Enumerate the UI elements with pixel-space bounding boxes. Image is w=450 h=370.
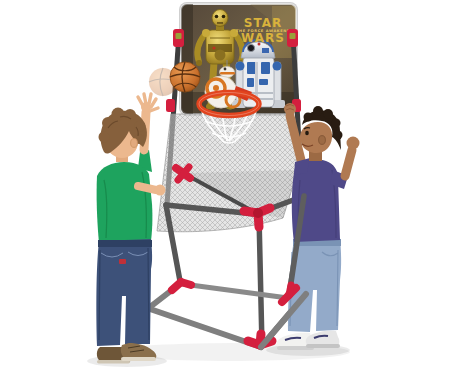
- catch-mesh: [157, 114, 298, 232]
- product-photo-scene: STAR THE FORCE AWAKENS WARS: [0, 0, 450, 370]
- child-right-head: [299, 122, 333, 153]
- child-right-ear: [319, 136, 326, 145]
- backboard-clip-left: [173, 29, 184, 47]
- basketball: [170, 62, 200, 92]
- logo-line2: WARS: [241, 31, 285, 45]
- child-left: [96, 94, 165, 364]
- backboard: STAR THE FORCE AWAKENS WARS: [179, 2, 298, 116]
- scene-canvas: STAR THE FORCE AWAKENS WARS: [0, 0, 450, 370]
- mesh-bar-connector: [176, 167, 190, 180]
- child-left-hand: [138, 94, 158, 112]
- rail-clamp-left: [166, 99, 175, 112]
- star-wars-logo: STAR THE FORCE AWAKENS WARS: [236, 16, 290, 45]
- backboard-clip-right: [287, 29, 298, 47]
- child-left-shirt: [97, 162, 153, 243]
- connector-left-mid: [172, 282, 191, 290]
- child-right-fist: [347, 137, 360, 150]
- child-right-shoes: [277, 331, 340, 350]
- child-left-ear: [131, 139, 138, 148]
